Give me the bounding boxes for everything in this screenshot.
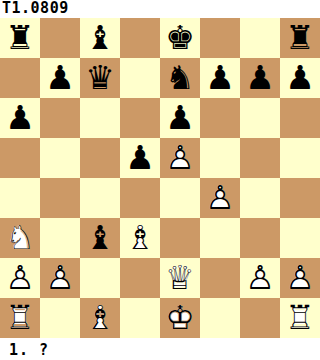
square-e2[interactable]: ♛♕ [160,258,200,298]
square-b7[interactable]: ♟ [40,58,80,98]
piece-black-rook: ♜ [0,18,40,58]
square-b5[interactable] [40,138,80,178]
square-f1[interactable] [200,298,240,338]
square-e4[interactable] [160,178,200,218]
piece-white-bishop: ♝♗ [80,298,120,338]
piece-black-pawn: ♟ [40,58,80,98]
piece-white-king: ♚♔ [160,298,200,338]
square-g2[interactable]: ♟♙ [240,258,280,298]
square-b3[interactable] [40,218,80,258]
square-e1[interactable]: ♚♔ [160,298,200,338]
piece-black-bishop: ♝ [80,18,120,58]
piece-black-knight: ♞ [160,58,200,98]
square-c4[interactable] [80,178,120,218]
square-f5[interactable] [200,138,240,178]
piece-black-king: ♚ [160,18,200,58]
square-d4[interactable] [120,178,160,218]
piece-white-pawn: ♟♙ [240,258,280,298]
piece-black-pawn: ♟ [280,58,320,98]
piece-white-pawn: ♟♙ [200,178,240,218]
square-f3[interactable] [200,218,240,258]
piece-white-pawn: ♟♙ [160,138,200,178]
piece-black-rook: ♜ [280,18,320,58]
square-a1[interactable]: ♜♖ [0,298,40,338]
square-a8[interactable]: ♜ [0,18,40,58]
square-a6[interactable]: ♟ [0,98,40,138]
piece-black-pawn: ♟ [0,98,40,138]
square-e3[interactable] [160,218,200,258]
square-b1[interactable] [40,298,80,338]
square-h7[interactable]: ♟ [280,58,320,98]
piece-white-rook: ♜♖ [0,298,40,338]
page-title: T1.0809 [0,0,320,18]
square-f7[interactable]: ♟ [200,58,240,98]
square-e5[interactable]: ♟♙ [160,138,200,178]
square-a2[interactable]: ♟♙ [0,258,40,298]
square-b2[interactable]: ♟♙ [40,258,80,298]
piece-black-queen: ♛ [80,58,120,98]
square-a4[interactable] [0,178,40,218]
square-d3[interactable]: ♝♗ [120,218,160,258]
square-c5[interactable] [80,138,120,178]
square-h2[interactable]: ♟♙ [280,258,320,298]
square-d6[interactable] [120,98,160,138]
move-prompt: 1. ? [0,338,320,360]
square-h3[interactable] [280,218,320,258]
square-g3[interactable] [240,218,280,258]
square-g7[interactable]: ♟ [240,58,280,98]
square-e6[interactable]: ♟ [160,98,200,138]
square-a3[interactable]: ♞♘ [0,218,40,258]
square-c6[interactable] [80,98,120,138]
chess-board: ♜♝♚♜♟♛♞♟♟♟♟♟♟♟♙♟♙♞♘♝♝♗♟♙♟♙♛♕♟♙♟♙♜♖♝♗♚♔♜♖ [0,18,320,338]
square-c8[interactable]: ♝ [80,18,120,58]
square-b6[interactable] [40,98,80,138]
piece-black-pawn: ♟ [160,98,200,138]
square-a5[interactable] [0,138,40,178]
square-e7[interactable]: ♞ [160,58,200,98]
square-h6[interactable] [280,98,320,138]
square-g5[interactable] [240,138,280,178]
piece-white-queen: ♛♕ [160,258,200,298]
square-f4[interactable]: ♟♙ [200,178,240,218]
piece-white-pawn: ♟♙ [40,258,80,298]
square-d8[interactable] [120,18,160,58]
square-h5[interactable] [280,138,320,178]
square-h4[interactable] [280,178,320,218]
square-g8[interactable] [240,18,280,58]
piece-white-bishop: ♝♗ [120,218,160,258]
square-c3[interactable]: ♝ [80,218,120,258]
square-d5[interactable]: ♟ [120,138,160,178]
square-d2[interactable] [120,258,160,298]
square-g6[interactable] [240,98,280,138]
square-a7[interactable] [0,58,40,98]
square-b8[interactable] [40,18,80,58]
square-g4[interactable] [240,178,280,218]
square-g1[interactable] [240,298,280,338]
piece-black-pawn: ♟ [240,58,280,98]
square-h1[interactable]: ♜♖ [280,298,320,338]
piece-black-bishop: ♝ [80,218,120,258]
square-f8[interactable] [200,18,240,58]
square-c2[interactable] [80,258,120,298]
piece-white-rook: ♜♖ [280,298,320,338]
square-c7[interactable]: ♛ [80,58,120,98]
square-c1[interactable]: ♝♗ [80,298,120,338]
piece-black-pawn: ♟ [200,58,240,98]
square-b4[interactable] [40,178,80,218]
piece-black-pawn: ♟ [120,138,160,178]
square-h8[interactable]: ♜ [280,18,320,58]
piece-white-pawn: ♟♙ [280,258,320,298]
square-d1[interactable] [120,298,160,338]
piece-white-knight: ♞♘ [0,218,40,258]
square-f6[interactable] [200,98,240,138]
piece-white-pawn: ♟♙ [0,258,40,298]
square-d7[interactable] [120,58,160,98]
square-e8[interactable]: ♚ [160,18,200,58]
square-f2[interactable] [200,258,240,298]
